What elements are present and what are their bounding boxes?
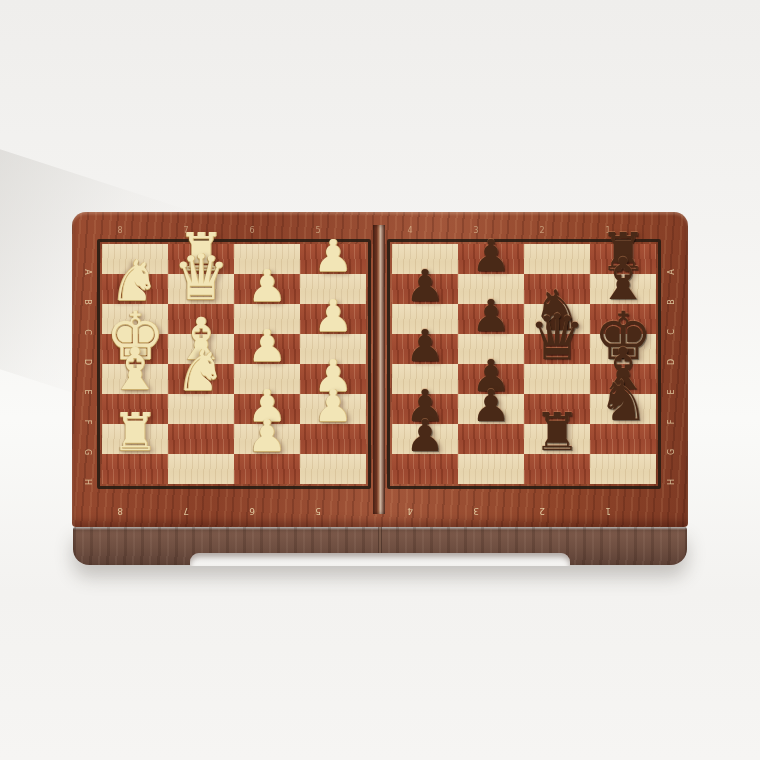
cream-queen-piece[interactable]: ♛: [173, 252, 229, 304]
coord-label: B: [656, 295, 686, 310]
walnut-pawn-piece[interactable]: ♟: [405, 268, 444, 304]
walnut-pawn-piece[interactable]: ♟: [405, 328, 444, 364]
cream-rook-piece[interactable]: ♜: [112, 411, 159, 454]
fold-seam: [373, 225, 385, 514]
coord-label: 8: [87, 506, 153, 516]
cream-pawn-piece[interactable]: ♟: [247, 418, 286, 454]
product-photo-scene: 87654321 ABCDEFGH ♜♟♞♛♟♟♚♝♟♝♞♟♟♟♜♟ ♟♜♟♝♟…: [0, 0, 760, 760]
square-r4c3[interactable]: ♟: [234, 334, 300, 364]
square-r4c5[interactable]: ♟: [392, 334, 458, 364]
square-r7c1[interactable]: ♜: [102, 424, 168, 454]
cream-pawn-piece[interactable]: ♟: [313, 238, 352, 274]
coord-label: 8: [87, 226, 153, 235]
square-r4c7[interactable]: ♛: [524, 334, 590, 364]
square-r5c2[interactable]: ♞: [168, 364, 234, 394]
walnut-pawn-piece[interactable]: ♟: [471, 388, 510, 424]
coord-label: 6: [219, 226, 285, 235]
walnut-pawn-piece[interactable]: ♟: [471, 298, 510, 334]
coord-label: 2: [509, 506, 575, 516]
cream-pawn-piece[interactable]: ♟: [247, 268, 286, 304]
square-r1c7[interactable]: [524, 244, 590, 274]
square-r6c4[interactable]: ♟: [300, 394, 366, 424]
coord-label: 2: [509, 226, 575, 235]
square-r2c5[interactable]: ♟: [392, 274, 458, 304]
coord-label: 5: [285, 506, 351, 516]
coords-left: ABCDEFGH: [80, 237, 95, 504]
coord-label: 1: [575, 506, 641, 516]
coord-label: D: [656, 355, 686, 370]
coord-label: 6: [219, 506, 285, 516]
square-r6c6[interactable]: ♟: [458, 394, 524, 424]
board-base: [73, 527, 687, 565]
coord-label: 3: [443, 506, 509, 516]
coord-label: G: [656, 445, 686, 460]
cream-pawn-piece[interactable]: ♟: [313, 298, 352, 334]
square-r7c7[interactable]: ♜: [524, 424, 590, 454]
square-r3c6[interactable]: ♟: [458, 304, 524, 334]
cream-bishop-piece[interactable]: ♝: [109, 346, 161, 394]
walnut-bishop-piece[interactable]: ♝: [597, 256, 649, 304]
square-r8c4[interactable]: [300, 454, 366, 484]
cream-pawn-piece[interactable]: ♟: [313, 388, 352, 424]
square-r2c3[interactable]: ♟: [234, 274, 300, 304]
square-r2c2[interactable]: ♛: [168, 274, 234, 304]
square-r7c5[interactable]: ♟: [392, 424, 458, 454]
playing-surface: ♜♟♞♛♟♟♚♝♟♝♞♟♟♟♜♟ ♟♜♟♝♟♞♟♛♚♟♝♟♟♞♟♜: [95, 237, 663, 504]
coord-label: C: [656, 325, 686, 340]
square-r8c6[interactable]: [458, 454, 524, 484]
square-r8c2[interactable]: [168, 454, 234, 484]
coord-label: H: [656, 475, 686, 490]
board-right-half: ♟♜♟♝♟♞♟♛♚♟♝♟♟♞♟♜: [385, 237, 663, 491]
coord-label: F: [656, 415, 686, 430]
board-left-half: ♜♟♞♛♟♟♚♝♟♝♞♟♟♟♜♟: [95, 237, 373, 491]
square-r6c8[interactable]: ♞: [590, 394, 656, 424]
square-r1c4[interactable]: ♟: [300, 244, 366, 274]
coord-label: 7: [153, 506, 219, 516]
walnut-pawn-piece[interactable]: ♟: [471, 238, 510, 274]
coords-right: ABCDEFGH: [663, 237, 678, 504]
square-r7c2[interactable]: [168, 424, 234, 454]
coord-label: E: [656, 385, 686, 400]
chess-board-box: 87654321 ABCDEFGH ♜♟♞♛♟♟♚♝♟♝♞♟♟♟♜♟ ♟♜♟♝♟…: [72, 212, 688, 565]
walnut-knight-piece[interactable]: ♞: [598, 378, 648, 424]
board-frame: 87654321 ABCDEFGH ♜♟♞♛♟♟♚♝♟♝♞♟♟♟♜♟ ♟♜♟♝♟…: [72, 212, 688, 527]
coords-bottom: 87654321: [80, 504, 680, 517]
square-r7c3[interactable]: ♟: [234, 424, 300, 454]
coord-label: 4: [377, 506, 443, 516]
square-r5c1[interactable]: ♝: [102, 364, 168, 394]
square-r8c8[interactable]: [590, 454, 656, 484]
walnut-pawn-piece[interactable]: ♟: [405, 418, 444, 454]
base-fold-seam: [378, 527, 382, 553]
square-r3c4[interactable]: ♟: [300, 304, 366, 334]
walnut-rook-piece[interactable]: ♜: [534, 411, 581, 454]
square-r1c6[interactable]: ♟: [458, 244, 524, 274]
walnut-queen-piece[interactable]: ♛: [529, 312, 585, 364]
coord-label: 4: [377, 226, 443, 235]
cream-knight-piece[interactable]: ♞: [176, 348, 226, 394]
cream-pawn-piece[interactable]: ♟: [247, 328, 286, 364]
coord-label: A: [656, 265, 686, 280]
